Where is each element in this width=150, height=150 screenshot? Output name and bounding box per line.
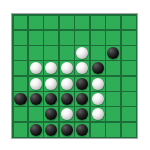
board-cell[interactable] <box>91 107 105 121</box>
board-cell[interactable] <box>60 92 74 106</box>
board-cell[interactable] <box>14 107 28 121</box>
board-cell[interactable] <box>44 61 58 75</box>
board-cell[interactable] <box>122 123 136 137</box>
board-cell[interactable] <box>122 77 136 91</box>
board-cell[interactable] <box>60 61 74 75</box>
white-disc <box>92 78 104 90</box>
board-cell[interactable] <box>14 77 28 91</box>
white-disc <box>92 93 104 105</box>
board-cell[interactable] <box>75 77 89 91</box>
board-cell[interactable] <box>106 31 120 45</box>
black-disc <box>76 93 88 105</box>
black-disc <box>92 62 104 74</box>
board-cell[interactable] <box>91 31 105 45</box>
white-disc <box>92 108 104 120</box>
black-disc <box>30 124 42 136</box>
board-cell[interactable] <box>44 107 58 121</box>
board-grid <box>12 14 137 138</box>
white-disc <box>76 47 88 59</box>
board-cell[interactable] <box>122 92 136 106</box>
board-cell[interactable] <box>122 61 136 75</box>
board-cell[interactable] <box>106 123 120 137</box>
white-disc <box>30 62 42 74</box>
board-cell[interactable] <box>106 92 120 106</box>
board-cell[interactable] <box>14 61 28 75</box>
black-disc <box>61 124 73 136</box>
board-cell[interactable] <box>122 16 136 30</box>
board-cell[interactable] <box>60 123 74 137</box>
board-cell[interactable] <box>60 77 74 91</box>
board-cell[interactable] <box>44 92 58 106</box>
othello-board <box>11 13 138 139</box>
board-cell[interactable] <box>29 31 43 45</box>
board-cell[interactable] <box>44 123 58 137</box>
black-disc <box>30 93 42 105</box>
board-cell[interactable] <box>122 46 136 60</box>
board-cell[interactable] <box>44 46 58 60</box>
board-cell[interactable] <box>91 92 105 106</box>
board-cell[interactable] <box>122 31 136 45</box>
black-disc <box>76 78 88 90</box>
board-cell[interactable] <box>75 31 89 45</box>
board-cell[interactable] <box>106 46 120 60</box>
black-disc <box>45 124 57 136</box>
board-cell[interactable] <box>60 107 74 121</box>
white-disc <box>61 108 73 120</box>
board-cell[interactable] <box>29 61 43 75</box>
board-cell[interactable] <box>91 77 105 91</box>
board-cell[interactable] <box>29 123 43 137</box>
white-disc <box>61 78 73 90</box>
board-cell[interactable] <box>60 46 74 60</box>
white-disc <box>30 78 42 90</box>
board-cell[interactable] <box>14 92 28 106</box>
board-cell[interactable] <box>29 46 43 60</box>
board-cell[interactable] <box>122 107 136 121</box>
black-disc <box>45 93 57 105</box>
board-cell[interactable] <box>44 77 58 91</box>
board-cell[interactable] <box>75 123 89 137</box>
white-disc <box>61 62 73 74</box>
board-cell[interactable] <box>106 77 120 91</box>
board-cell[interactable] <box>75 107 89 121</box>
board-cell[interactable] <box>29 16 43 30</box>
board-cell[interactable] <box>106 16 120 30</box>
board-cell[interactable] <box>14 16 28 30</box>
white-disc <box>45 62 57 74</box>
board-cell[interactable] <box>106 107 120 121</box>
board-cell[interactable] <box>75 92 89 106</box>
board-cell[interactable] <box>91 16 105 30</box>
black-disc <box>76 124 88 136</box>
black-disc <box>61 93 73 105</box>
board-cell[interactable] <box>60 16 74 30</box>
board-cell[interactable] <box>91 46 105 60</box>
black-disc <box>76 108 88 120</box>
board-cell[interactable] <box>91 123 105 137</box>
board-cell[interactable] <box>29 77 43 91</box>
board-cell[interactable] <box>14 123 28 137</box>
board-cell[interactable] <box>75 61 89 75</box>
board-cell[interactable] <box>75 46 89 60</box>
board-cell[interactable] <box>44 16 58 30</box>
white-disc <box>45 78 57 90</box>
black-disc <box>107 47 119 59</box>
white-disc <box>76 62 88 74</box>
board-cell[interactable] <box>75 16 89 30</box>
black-disc <box>14 93 26 105</box>
board-cell[interactable] <box>91 61 105 75</box>
board-cell[interactable] <box>14 31 28 45</box>
board-cell[interactable] <box>60 31 74 45</box>
board-cell[interactable] <box>106 61 120 75</box>
board-cell[interactable] <box>29 107 43 121</box>
board-cell[interactable] <box>29 92 43 106</box>
black-disc <box>45 108 57 120</box>
board-cell[interactable] <box>14 46 28 60</box>
board-cell[interactable] <box>44 31 58 45</box>
